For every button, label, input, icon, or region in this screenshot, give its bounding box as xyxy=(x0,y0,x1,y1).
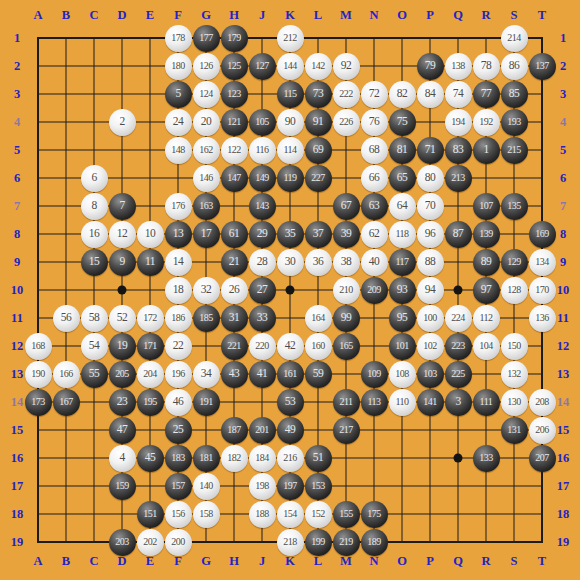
point-L19[interactable]: 199 xyxy=(304,528,332,556)
point-Q15[interactable] xyxy=(444,416,472,444)
point-G14[interactable]: 191 xyxy=(192,388,220,416)
point-B15[interactable] xyxy=(52,416,80,444)
point-O19[interactable] xyxy=(388,528,416,556)
point-R15[interactable] xyxy=(472,416,500,444)
point-B18[interactable] xyxy=(52,500,80,528)
point-O9[interactable]: 117 xyxy=(388,248,416,276)
point-N13[interactable]: 109 xyxy=(360,360,388,388)
point-K2[interactable]: 144 xyxy=(276,52,304,80)
point-T17[interactable] xyxy=(528,472,556,500)
point-T11[interactable]: 136 xyxy=(528,304,556,332)
point-D1[interactable] xyxy=(108,24,136,52)
point-F11[interactable]: 186 xyxy=(164,304,192,332)
point-P8[interactable]: 96 xyxy=(416,220,444,248)
point-H7[interactable] xyxy=(220,192,248,220)
point-T18[interactable] xyxy=(528,500,556,528)
point-C4[interactable] xyxy=(80,108,108,136)
point-M18[interactable]: 155 xyxy=(332,500,360,528)
point-A8[interactable] xyxy=(24,220,52,248)
point-B9[interactable] xyxy=(52,248,80,276)
point-H12[interactable]: 221 xyxy=(220,332,248,360)
point-B3[interactable] xyxy=(52,80,80,108)
point-P19[interactable] xyxy=(416,528,444,556)
point-B13[interactable]: 166 xyxy=(52,360,80,388)
point-N6[interactable]: 66 xyxy=(360,164,388,192)
point-T10[interactable]: 170 xyxy=(528,276,556,304)
point-P10[interactable]: 94 xyxy=(416,276,444,304)
point-H9[interactable]: 21 xyxy=(220,248,248,276)
point-A15[interactable] xyxy=(24,416,52,444)
point-O3[interactable]: 82 xyxy=(388,80,416,108)
point-T16[interactable]: 207 xyxy=(528,444,556,472)
point-E11[interactable]: 172 xyxy=(136,304,164,332)
point-P15[interactable] xyxy=(416,416,444,444)
point-D10[interactable] xyxy=(108,276,136,304)
point-N14[interactable]: 113 xyxy=(360,388,388,416)
point-N16[interactable] xyxy=(360,444,388,472)
point-F17[interactable]: 157 xyxy=(164,472,192,500)
point-G9[interactable] xyxy=(192,248,220,276)
point-Q1[interactable] xyxy=(444,24,472,52)
point-J16[interactable]: 184 xyxy=(248,444,276,472)
point-F8[interactable]: 13 xyxy=(164,220,192,248)
point-R14[interactable]: 111 xyxy=(472,388,500,416)
point-J5[interactable]: 116 xyxy=(248,136,276,164)
point-P16[interactable] xyxy=(416,444,444,472)
point-P2[interactable]: 79 xyxy=(416,52,444,80)
point-C9[interactable]: 15 xyxy=(80,248,108,276)
point-J6[interactable]: 149 xyxy=(248,164,276,192)
point-P9[interactable]: 88 xyxy=(416,248,444,276)
point-G10[interactable]: 32 xyxy=(192,276,220,304)
point-B8[interactable] xyxy=(52,220,80,248)
point-C6[interactable]: 6 xyxy=(80,164,108,192)
point-N4[interactable]: 76 xyxy=(360,108,388,136)
point-D3[interactable] xyxy=(108,80,136,108)
point-C2[interactable] xyxy=(80,52,108,80)
point-R6[interactable] xyxy=(472,164,500,192)
point-C7[interactable]: 8 xyxy=(80,192,108,220)
point-G3[interactable]: 124 xyxy=(192,80,220,108)
point-Q6[interactable]: 213 xyxy=(444,164,472,192)
point-F7[interactable]: 176 xyxy=(164,192,192,220)
point-S8[interactable] xyxy=(500,220,528,248)
point-L14[interactable] xyxy=(304,388,332,416)
point-E9[interactable]: 11 xyxy=(136,248,164,276)
point-C10[interactable] xyxy=(80,276,108,304)
point-M7[interactable]: 67 xyxy=(332,192,360,220)
point-Q14[interactable]: 3 xyxy=(444,388,472,416)
point-A9[interactable] xyxy=(24,248,52,276)
point-E13[interactable]: 204 xyxy=(136,360,164,388)
point-M15[interactable]: 217 xyxy=(332,416,360,444)
point-Q2[interactable]: 138 xyxy=(444,52,472,80)
point-J11[interactable]: 33 xyxy=(248,304,276,332)
point-M10[interactable]: 210 xyxy=(332,276,360,304)
point-Q4[interactable]: 194 xyxy=(444,108,472,136)
point-G2[interactable]: 126 xyxy=(192,52,220,80)
point-O11[interactable]: 95 xyxy=(388,304,416,332)
point-A10[interactable] xyxy=(24,276,52,304)
point-S1[interactable]: 214 xyxy=(500,24,528,52)
point-D14[interactable]: 23 xyxy=(108,388,136,416)
point-L4[interactable]: 91 xyxy=(304,108,332,136)
point-S17[interactable] xyxy=(500,472,528,500)
point-G5[interactable]: 162 xyxy=(192,136,220,164)
point-P14[interactable]: 141 xyxy=(416,388,444,416)
point-S13[interactable]: 132 xyxy=(500,360,528,388)
point-C19[interactable] xyxy=(80,528,108,556)
point-A19[interactable] xyxy=(24,528,52,556)
point-L3[interactable]: 73 xyxy=(304,80,332,108)
point-C12[interactable]: 54 xyxy=(80,332,108,360)
point-P17[interactable] xyxy=(416,472,444,500)
point-E18[interactable]: 151 xyxy=(136,500,164,528)
point-B10[interactable] xyxy=(52,276,80,304)
point-J10[interactable]: 27 xyxy=(248,276,276,304)
point-J13[interactable]: 41 xyxy=(248,360,276,388)
point-A7[interactable] xyxy=(24,192,52,220)
point-E6[interactable] xyxy=(136,164,164,192)
point-K12[interactable]: 42 xyxy=(276,332,304,360)
point-H17[interactable] xyxy=(220,472,248,500)
point-M1[interactable] xyxy=(332,24,360,52)
point-C8[interactable]: 16 xyxy=(80,220,108,248)
point-M5[interactable] xyxy=(332,136,360,164)
point-G8[interactable]: 17 xyxy=(192,220,220,248)
point-O4[interactable]: 75 xyxy=(388,108,416,136)
point-F5[interactable]: 148 xyxy=(164,136,192,164)
point-L10[interactable] xyxy=(304,276,332,304)
point-A6[interactable] xyxy=(24,164,52,192)
point-K16[interactable]: 216 xyxy=(276,444,304,472)
point-A5[interactable] xyxy=(24,136,52,164)
point-P13[interactable]: 103 xyxy=(416,360,444,388)
point-O17[interactable] xyxy=(388,472,416,500)
point-M4[interactable]: 226 xyxy=(332,108,360,136)
point-M3[interactable]: 222 xyxy=(332,80,360,108)
point-E14[interactable]: 195 xyxy=(136,388,164,416)
point-B14[interactable]: 167 xyxy=(52,388,80,416)
point-T2[interactable]: 137 xyxy=(528,52,556,80)
point-C16[interactable] xyxy=(80,444,108,472)
point-F16[interactable]: 183 xyxy=(164,444,192,472)
point-O12[interactable]: 101 xyxy=(388,332,416,360)
point-N2[interactable] xyxy=(360,52,388,80)
point-O2[interactable] xyxy=(388,52,416,80)
point-R12[interactable]: 104 xyxy=(472,332,500,360)
point-R17[interactable] xyxy=(472,472,500,500)
point-A1[interactable] xyxy=(24,24,52,52)
point-K17[interactable]: 197 xyxy=(276,472,304,500)
point-Q9[interactable] xyxy=(444,248,472,276)
point-D4[interactable]: 2 xyxy=(108,108,136,136)
point-S4[interactable]: 193 xyxy=(500,108,528,136)
point-E3[interactable] xyxy=(136,80,164,108)
point-F18[interactable]: 156 xyxy=(164,500,192,528)
point-Q3[interactable]: 74 xyxy=(444,80,472,108)
point-R8[interactable]: 139 xyxy=(472,220,500,248)
point-A18[interactable] xyxy=(24,500,52,528)
point-H8[interactable]: 61 xyxy=(220,220,248,248)
point-E8[interactable]: 10 xyxy=(136,220,164,248)
point-H3[interactable]: 123 xyxy=(220,80,248,108)
point-R9[interactable]: 89 xyxy=(472,248,500,276)
point-D6[interactable] xyxy=(108,164,136,192)
point-D19[interactable]: 203 xyxy=(108,528,136,556)
point-R11[interactable]: 112 xyxy=(472,304,500,332)
point-R5[interactable]: 1 xyxy=(472,136,500,164)
point-B11[interactable]: 56 xyxy=(52,304,80,332)
point-K9[interactable]: 30 xyxy=(276,248,304,276)
point-J2[interactable]: 127 xyxy=(248,52,276,80)
point-E4[interactable] xyxy=(136,108,164,136)
point-T8[interactable]: 169 xyxy=(528,220,556,248)
point-L2[interactable]: 142 xyxy=(304,52,332,80)
point-P18[interactable] xyxy=(416,500,444,528)
point-O5[interactable]: 81 xyxy=(388,136,416,164)
point-D17[interactable]: 159 xyxy=(108,472,136,500)
point-A3[interactable] xyxy=(24,80,52,108)
point-D2[interactable] xyxy=(108,52,136,80)
point-E19[interactable]: 202 xyxy=(136,528,164,556)
point-F19[interactable]: 200 xyxy=(164,528,192,556)
point-M13[interactable] xyxy=(332,360,360,388)
point-N8[interactable]: 62 xyxy=(360,220,388,248)
point-A17[interactable] xyxy=(24,472,52,500)
point-M12[interactable]: 165 xyxy=(332,332,360,360)
point-P4[interactable] xyxy=(416,108,444,136)
point-S18[interactable] xyxy=(500,500,528,528)
point-O14[interactable]: 110 xyxy=(388,388,416,416)
point-A4[interactable] xyxy=(24,108,52,136)
point-N9[interactable]: 40 xyxy=(360,248,388,276)
point-P11[interactable]: 100 xyxy=(416,304,444,332)
point-O8[interactable]: 118 xyxy=(388,220,416,248)
point-C14[interactable] xyxy=(80,388,108,416)
point-J9[interactable]: 28 xyxy=(248,248,276,276)
point-H14[interactable] xyxy=(220,388,248,416)
point-T4[interactable] xyxy=(528,108,556,136)
point-F1[interactable]: 178 xyxy=(164,24,192,52)
point-P7[interactable]: 70 xyxy=(416,192,444,220)
point-L16[interactable]: 51 xyxy=(304,444,332,472)
point-D5[interactable] xyxy=(108,136,136,164)
point-K3[interactable]: 115 xyxy=(276,80,304,108)
point-Q7[interactable] xyxy=(444,192,472,220)
point-T13[interactable] xyxy=(528,360,556,388)
point-H13[interactable]: 43 xyxy=(220,360,248,388)
point-Q19[interactable] xyxy=(444,528,472,556)
point-G7[interactable]: 163 xyxy=(192,192,220,220)
point-A16[interactable] xyxy=(24,444,52,472)
point-G6[interactable]: 146 xyxy=(192,164,220,192)
point-O13[interactable]: 108 xyxy=(388,360,416,388)
point-H5[interactable]: 122 xyxy=(220,136,248,164)
point-F6[interactable] xyxy=(164,164,192,192)
point-B16[interactable] xyxy=(52,444,80,472)
point-C3[interactable] xyxy=(80,80,108,108)
point-P5[interactable]: 71 xyxy=(416,136,444,164)
point-F9[interactable]: 14 xyxy=(164,248,192,276)
point-A11[interactable] xyxy=(24,304,52,332)
point-C18[interactable] xyxy=(80,500,108,528)
point-Q12[interactable]: 223 xyxy=(444,332,472,360)
point-L1[interactable] xyxy=(304,24,332,52)
point-F15[interactable]: 25 xyxy=(164,416,192,444)
point-H18[interactable] xyxy=(220,500,248,528)
point-K4[interactable]: 90 xyxy=(276,108,304,136)
point-J8[interactable]: 29 xyxy=(248,220,276,248)
point-N15[interactable] xyxy=(360,416,388,444)
point-J14[interactable] xyxy=(248,388,276,416)
point-S16[interactable] xyxy=(500,444,528,472)
point-B4[interactable] xyxy=(52,108,80,136)
point-D12[interactable]: 19 xyxy=(108,332,136,360)
point-S6[interactable] xyxy=(500,164,528,192)
point-R3[interactable]: 77 xyxy=(472,80,500,108)
point-N10[interactable]: 209 xyxy=(360,276,388,304)
point-H19[interactable] xyxy=(220,528,248,556)
point-R7[interactable]: 107 xyxy=(472,192,500,220)
point-C11[interactable]: 58 xyxy=(80,304,108,332)
point-D8[interactable]: 12 xyxy=(108,220,136,248)
point-K8[interactable]: 35 xyxy=(276,220,304,248)
point-B12[interactable] xyxy=(52,332,80,360)
point-P1[interactable] xyxy=(416,24,444,52)
point-H4[interactable]: 121 xyxy=(220,108,248,136)
point-L18[interactable]: 152 xyxy=(304,500,332,528)
point-R18[interactable] xyxy=(472,500,500,528)
point-E2[interactable] xyxy=(136,52,164,80)
point-S7[interactable]: 135 xyxy=(500,192,528,220)
point-G12[interactable] xyxy=(192,332,220,360)
point-B17[interactable] xyxy=(52,472,80,500)
point-M6[interactable] xyxy=(332,164,360,192)
point-T14[interactable]: 208 xyxy=(528,388,556,416)
point-K11[interactable] xyxy=(276,304,304,332)
point-E1[interactable] xyxy=(136,24,164,52)
point-G16[interactable]: 181 xyxy=(192,444,220,472)
point-J19[interactable] xyxy=(248,528,276,556)
point-S12[interactable]: 150 xyxy=(500,332,528,360)
point-A2[interactable] xyxy=(24,52,52,80)
point-S19[interactable] xyxy=(500,528,528,556)
point-S10[interactable]: 128 xyxy=(500,276,528,304)
point-F3[interactable]: 5 xyxy=(164,80,192,108)
point-M19[interactable]: 219 xyxy=(332,528,360,556)
point-D16[interactable]: 4 xyxy=(108,444,136,472)
point-N1[interactable] xyxy=(360,24,388,52)
point-L9[interactable]: 36 xyxy=(304,248,332,276)
point-P12[interactable]: 102 xyxy=(416,332,444,360)
point-F13[interactable]: 196 xyxy=(164,360,192,388)
point-J17[interactable]: 198 xyxy=(248,472,276,500)
point-J7[interactable]: 143 xyxy=(248,192,276,220)
point-K5[interactable]: 114 xyxy=(276,136,304,164)
point-F2[interactable]: 180 xyxy=(164,52,192,80)
point-T9[interactable]: 134 xyxy=(528,248,556,276)
point-L6[interactable]: 227 xyxy=(304,164,332,192)
point-M11[interactable]: 99 xyxy=(332,304,360,332)
point-C5[interactable] xyxy=(80,136,108,164)
point-L5[interactable]: 69 xyxy=(304,136,332,164)
point-J12[interactable]: 220 xyxy=(248,332,276,360)
point-T5[interactable] xyxy=(528,136,556,164)
point-Q5[interactable]: 83 xyxy=(444,136,472,164)
point-R2[interactable]: 78 xyxy=(472,52,500,80)
point-O18[interactable] xyxy=(388,500,416,528)
point-G19[interactable] xyxy=(192,528,220,556)
point-H2[interactable]: 125 xyxy=(220,52,248,80)
point-H1[interactable]: 179 xyxy=(220,24,248,52)
point-O6[interactable]: 65 xyxy=(388,164,416,192)
point-B2[interactable] xyxy=(52,52,80,80)
point-A12[interactable]: 168 xyxy=(24,332,52,360)
point-G13[interactable]: 34 xyxy=(192,360,220,388)
point-E15[interactable] xyxy=(136,416,164,444)
point-T1[interactable] xyxy=(528,24,556,52)
point-D18[interactable] xyxy=(108,500,136,528)
point-Q13[interactable]: 225 xyxy=(444,360,472,388)
point-L17[interactable]: 153 xyxy=(304,472,332,500)
point-G18[interactable]: 158 xyxy=(192,500,220,528)
point-T7[interactable] xyxy=(528,192,556,220)
point-P6[interactable]: 80 xyxy=(416,164,444,192)
point-K1[interactable]: 212 xyxy=(276,24,304,52)
point-F14[interactable]: 46 xyxy=(164,388,192,416)
point-K19[interactable]: 218 xyxy=(276,528,304,556)
point-K15[interactable]: 49 xyxy=(276,416,304,444)
point-A13[interactable]: 190 xyxy=(24,360,52,388)
point-R13[interactable] xyxy=(472,360,500,388)
point-D15[interactable]: 47 xyxy=(108,416,136,444)
point-H15[interactable]: 187 xyxy=(220,416,248,444)
point-N19[interactable]: 189 xyxy=(360,528,388,556)
point-M9[interactable]: 38 xyxy=(332,248,360,276)
point-B6[interactable] xyxy=(52,164,80,192)
point-B5[interactable] xyxy=(52,136,80,164)
point-H6[interactable]: 147 xyxy=(220,164,248,192)
point-M8[interactable]: 39 xyxy=(332,220,360,248)
point-L11[interactable]: 164 xyxy=(304,304,332,332)
point-C15[interactable] xyxy=(80,416,108,444)
point-G15[interactable] xyxy=(192,416,220,444)
point-L7[interactable] xyxy=(304,192,332,220)
point-H11[interactable]: 31 xyxy=(220,304,248,332)
point-Q16[interactable] xyxy=(444,444,472,472)
point-J15[interactable]: 201 xyxy=(248,416,276,444)
point-K13[interactable]: 161 xyxy=(276,360,304,388)
point-M17[interactable] xyxy=(332,472,360,500)
point-D9[interactable]: 9 xyxy=(108,248,136,276)
point-N12[interactable] xyxy=(360,332,388,360)
point-S5[interactable]: 215 xyxy=(500,136,528,164)
point-A14[interactable]: 173 xyxy=(24,388,52,416)
point-E5[interactable] xyxy=(136,136,164,164)
point-B1[interactable] xyxy=(52,24,80,52)
point-T19[interactable] xyxy=(528,528,556,556)
point-N18[interactable]: 175 xyxy=(360,500,388,528)
point-S11[interactable] xyxy=(500,304,528,332)
point-G11[interactable]: 185 xyxy=(192,304,220,332)
point-T6[interactable] xyxy=(528,164,556,192)
point-E12[interactable]: 171 xyxy=(136,332,164,360)
point-D13[interactable]: 205 xyxy=(108,360,136,388)
point-G1[interactable]: 177 xyxy=(192,24,220,52)
point-N11[interactable] xyxy=(360,304,388,332)
point-S3[interactable]: 85 xyxy=(500,80,528,108)
